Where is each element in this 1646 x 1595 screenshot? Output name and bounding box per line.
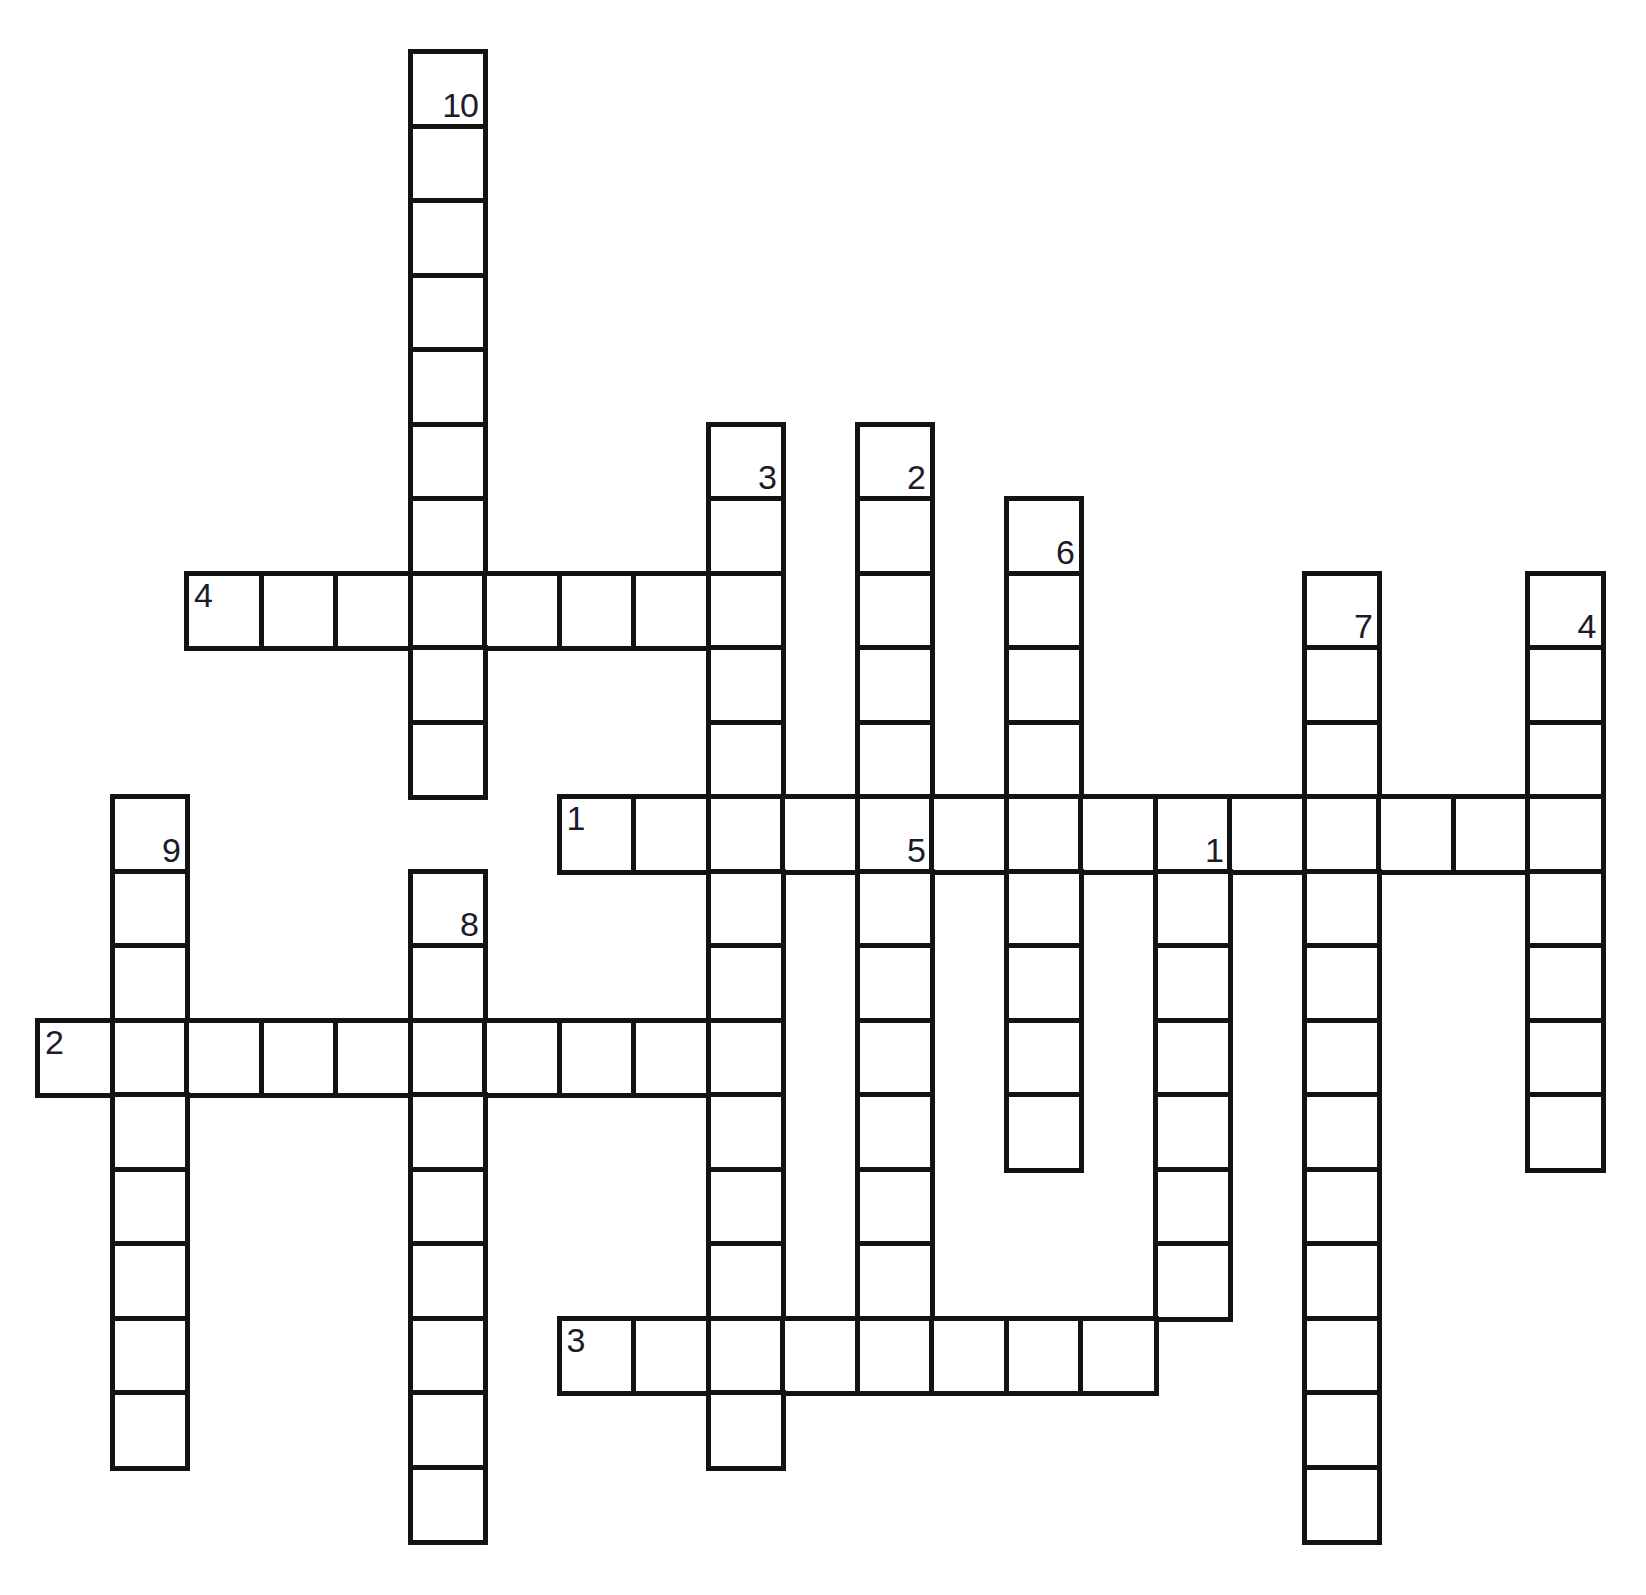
grid-cell[interactable] — [411, 946, 486, 1021]
grid-cell[interactable] — [411, 350, 486, 425]
grid-cell[interactable] — [1156, 1095, 1231, 1170]
clue-number: 9 — [162, 833, 180, 867]
grid-cell[interactable] — [1305, 946, 1380, 1021]
grid-cell[interactable] — [411, 1244, 486, 1319]
grid-cell[interactable] — [1007, 946, 1082, 1021]
grid-cell[interactable] — [411, 1319, 486, 1394]
clue-number: 4 — [194, 578, 212, 612]
grid-cell[interactable]: 2 — [38, 1021, 113, 1096]
grid-cell[interactable] — [709, 723, 784, 798]
grid-cell[interactable] — [634, 797, 709, 872]
grid-cell[interactable] — [858, 1244, 933, 1319]
grid-cell[interactable] — [709, 1393, 784, 1468]
grid-cell[interactable] — [411, 723, 486, 798]
grid-cell[interactable] — [187, 1021, 262, 1096]
grid-cell[interactable] — [858, 499, 933, 574]
grid-cell[interactable] — [336, 574, 411, 649]
grid-cell[interactable] — [932, 797, 1007, 872]
grid-cell[interactable] — [858, 1021, 933, 1096]
grid-cell[interactable] — [1528, 1021, 1603, 1096]
grid-cell[interactable] — [709, 1095, 784, 1170]
grid-cell[interactable] — [1081, 797, 1156, 872]
grid-cell[interactable] — [411, 1393, 486, 1468]
grid-cell[interactable] — [1007, 872, 1082, 947]
grid-cell[interactable] — [709, 872, 784, 947]
clue-number: 2 — [45, 1025, 63, 1059]
grid-cell[interactable] — [858, 723, 933, 798]
grid-cell[interactable] — [1007, 1095, 1082, 1170]
grid-cell[interactable] — [1156, 1244, 1231, 1319]
grid-cell[interactable] — [1156, 946, 1231, 1021]
grid-cell[interactable] — [634, 1021, 709, 1096]
grid-cell[interactable] — [411, 201, 486, 276]
grid-cell[interactable] — [1305, 1021, 1380, 1096]
clue-number: 8 — [460, 907, 478, 941]
grid-cell[interactable] — [1007, 574, 1082, 649]
grid-cell[interactable] — [858, 1319, 933, 1394]
grid-cell[interactable] — [783, 1319, 858, 1394]
grid-cell[interactable]: 2 — [858, 425, 933, 500]
grid-cell[interactable] — [1007, 648, 1082, 723]
grid-cell[interactable] — [709, 1170, 784, 1245]
grid-cell[interactable] — [1081, 1319, 1156, 1394]
grid-cell[interactable] — [1305, 1095, 1380, 1170]
crossword-grid: 103264749151823 — [0, 0, 1646, 1595]
grid-cell[interactable] — [262, 574, 337, 649]
grid-cell[interactable] — [634, 1319, 709, 1394]
grid-cell[interactable] — [709, 797, 784, 872]
grid-cell[interactable] — [113, 1319, 188, 1394]
grid-cell[interactable] — [1379, 797, 1454, 872]
clue-number: 4 — [1578, 609, 1596, 643]
grid-cell[interactable] — [1156, 1170, 1231, 1245]
grid-cell[interactable] — [783, 797, 858, 872]
grid-cell[interactable]: 4 — [1528, 574, 1603, 649]
clue-number: 3 — [567, 1323, 585, 1357]
grid-cell[interactable] — [1528, 872, 1603, 947]
grid-cell[interactable] — [858, 648, 933, 723]
grid-cell[interactable] — [709, 648, 784, 723]
grid-cell[interactable] — [709, 499, 784, 574]
grid-cell[interactable] — [113, 1393, 188, 1468]
clue-number: 10 — [442, 88, 478, 122]
grid-cell[interactable] — [411, 1468, 486, 1543]
grid-cell[interactable] — [411, 1170, 486, 1245]
grid-cell[interactable] — [858, 1170, 933, 1245]
grid-cell[interactable] — [113, 872, 188, 947]
clue-number: 5 — [907, 833, 925, 867]
clue-number: 3 — [758, 460, 776, 494]
grid-cell[interactable]: 5 — [858, 797, 933, 872]
grid-cell[interactable]: 10 — [411, 52, 486, 127]
grid-cell[interactable] — [411, 648, 486, 723]
grid-cell[interactable] — [560, 1021, 635, 1096]
grid-cell[interactable] — [709, 946, 784, 1021]
grid-cell[interactable] — [858, 1095, 933, 1170]
grid-cell[interactable] — [1230, 797, 1305, 872]
grid-cell[interactable]: 9 — [113, 797, 188, 872]
grid-cell[interactable] — [1007, 797, 1082, 872]
grid-cell[interactable] — [485, 1021, 560, 1096]
grid-cell[interactable] — [1305, 797, 1380, 872]
grid-cell[interactable] — [858, 872, 933, 947]
grid-cell[interactable] — [1007, 1319, 1082, 1394]
grid-cell[interactable] — [1528, 797, 1603, 872]
grid-cell[interactable] — [411, 425, 486, 500]
grid-cell[interactable] — [113, 1244, 188, 1319]
grid-cell[interactable] — [411, 1021, 486, 1096]
grid-cell[interactable] — [1305, 1393, 1380, 1468]
grid-cell[interactable] — [1156, 872, 1231, 947]
grid-cell[interactable] — [1528, 946, 1603, 1021]
grid-cell[interactable] — [411, 127, 486, 202]
grid-cell[interactable] — [560, 574, 635, 649]
clue-number: 7 — [1354, 609, 1372, 643]
grid-cell[interactable] — [1528, 723, 1603, 798]
grid-cell[interactable] — [113, 1170, 188, 1245]
grid-cell[interactable]: 3 — [560, 1319, 635, 1394]
grid-cell[interactable]: 7 — [1305, 574, 1380, 649]
grid-cell[interactable] — [932, 1319, 1007, 1394]
grid-cell[interactable] — [1528, 648, 1603, 723]
grid-cell[interactable]: 3 — [709, 425, 784, 500]
grid-cell[interactable] — [1156, 1021, 1231, 1096]
grid-cell[interactable] — [858, 574, 933, 649]
grid-cell[interactable] — [113, 1021, 188, 1096]
grid-cell[interactable] — [1007, 1021, 1082, 1096]
grid-cell[interactable] — [634, 574, 709, 649]
grid-cell[interactable] — [709, 574, 784, 649]
grid-cell[interactable] — [1454, 797, 1529, 872]
clue-number: 2 — [907, 460, 925, 494]
grid-cell[interactable] — [858, 946, 933, 1021]
grid-cell[interactable] — [1305, 648, 1380, 723]
grid-cell[interactable] — [709, 1021, 784, 1096]
clue-number: 1 — [567, 801, 585, 835]
clue-number: 6 — [1056, 535, 1074, 569]
grid-cell[interactable] — [709, 1244, 784, 1319]
clue-number: 1 — [1205, 833, 1223, 867]
grid-cell[interactable]: 8 — [411, 872, 486, 947]
grid-cell[interactable]: 1 — [560, 797, 635, 872]
grid-cell[interactable] — [411, 1095, 486, 1170]
grid-cell[interactable] — [113, 1095, 188, 1170]
grid-cell[interactable] — [485, 574, 560, 649]
grid-cell[interactable]: 4 — [187, 574, 262, 649]
grid-cell[interactable] — [1305, 1468, 1380, 1543]
grid-cell[interactable]: 1 — [1156, 797, 1231, 872]
grid-cell[interactable] — [1305, 872, 1380, 947]
grid-cell[interactable] — [1305, 1244, 1380, 1319]
grid-cell[interactable] — [411, 499, 486, 574]
grid-cell[interactable] — [1007, 723, 1082, 798]
grid-cell[interactable]: 6 — [1007, 499, 1082, 574]
grid-cell[interactable] — [262, 1021, 337, 1096]
grid-cell[interactable] — [709, 1319, 784, 1394]
grid-cell[interactable] — [1305, 1319, 1380, 1394]
grid-cell[interactable] — [113, 946, 188, 1021]
grid-cell[interactable] — [1305, 723, 1380, 798]
grid-cell[interactable] — [411, 276, 486, 351]
grid-cell[interactable] — [1305, 1170, 1380, 1245]
grid-cell[interactable] — [336, 1021, 411, 1096]
grid-cell[interactable] — [411, 574, 486, 649]
grid-cell[interactable] — [1528, 1095, 1603, 1170]
